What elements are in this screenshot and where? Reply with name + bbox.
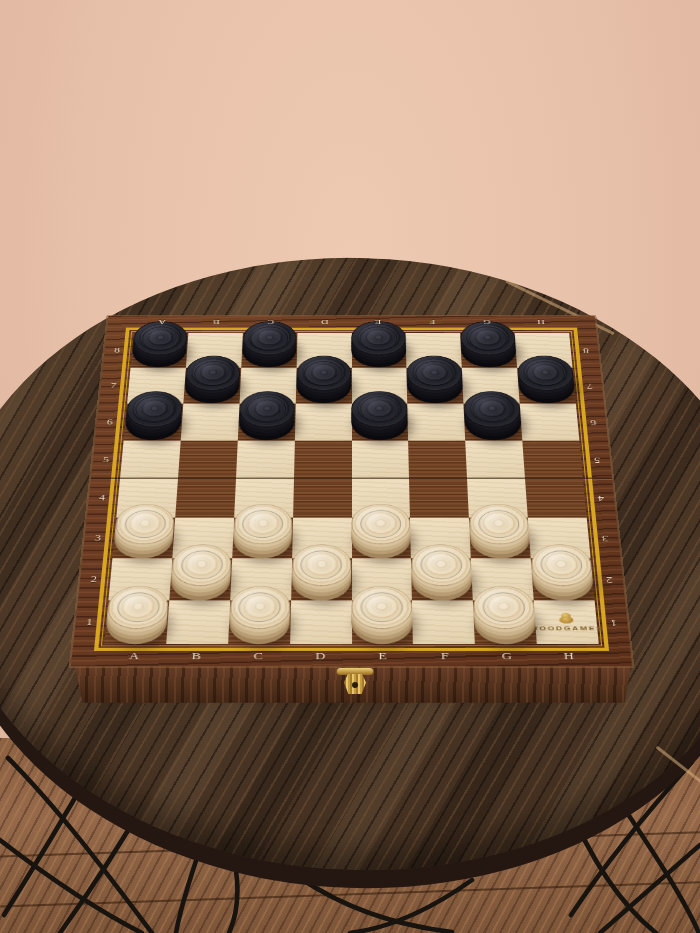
square-h5[interactable] — [522, 440, 583, 478]
piece-white-e3[interactable] — [352, 504, 411, 544]
piece-white-d2[interactable] — [291, 544, 351, 585]
piece-white-f2[interactable] — [411, 544, 472, 585]
rank-label-right-6: 6 — [590, 417, 597, 427]
rank-label-right-3: 3 — [601, 533, 608, 544]
piece-black-f7[interactable] — [407, 356, 463, 391]
square-b6[interactable] — [181, 403, 240, 440]
square-h6[interactable] — [520, 403, 580, 440]
file-label-top-f: F — [430, 319, 436, 326]
piece-black-e6[interactable] — [352, 391, 408, 427]
checkers-board[interactable]: WOODGAMES AA88BB77CC66DD55EE44FF33GG22HH… — [71, 316, 632, 666]
piece-black-b7[interactable] — [184, 356, 241, 391]
rank-label-left-3: 3 — [94, 533, 101, 544]
file-label-bottom-h: H — [563, 650, 574, 662]
square-d5[interactable] — [294, 440, 352, 478]
piece-black-g6[interactable] — [463, 391, 521, 427]
fold-seam — [91, 477, 612, 479]
file-label-bottom-b: B — [191, 650, 201, 662]
square-h1[interactable]: WOODGAMES — [534, 601, 599, 644]
rank-label-left-5: 5 — [102, 454, 109, 464]
piece-white-e1[interactable] — [352, 586, 413, 629]
square-b4[interactable] — [175, 479, 236, 518]
rank-label-right-4: 4 — [597, 493, 604, 503]
rank-label-right-2: 2 — [606, 574, 613, 585]
file-label-bottom-c: C — [253, 650, 263, 662]
square-h4[interactable] — [525, 479, 587, 518]
square-d1[interactable] — [290, 601, 352, 644]
piece-black-c6[interactable] — [238, 391, 295, 427]
piece-white-g1[interactable] — [473, 586, 536, 629]
square-g5[interactable] — [465, 440, 525, 478]
square-f1[interactable] — [412, 601, 475, 644]
file-label-top-e: E — [375, 319, 381, 326]
rank-label-right-7: 7 — [586, 381, 593, 390]
square-c5[interactable] — [236, 440, 295, 478]
product-photo-scene: WOODGAMES AA88BB77CC66DD55EE44FF33GG22HH… — [0, 0, 700, 933]
rank-label-right-1: 1 — [610, 616, 618, 627]
square-a5[interactable] — [120, 440, 181, 478]
file-label-bottom-e: E — [378, 650, 387, 662]
playing-area: WOODGAMES — [104, 333, 599, 644]
logo-text: WOODGAMES — [529, 625, 603, 632]
piece-black-e8[interactable] — [352, 321, 407, 355]
piece-black-g8[interactable] — [460, 321, 516, 355]
lion-icon — [557, 613, 574, 623]
file-label-bottom-f: F — [441, 650, 449, 662]
piece-white-g3[interactable] — [469, 504, 530, 544]
file-label-top-d: D — [321, 319, 329, 326]
rank-label-left-8: 8 — [114, 346, 121, 355]
file-label-top-c: C — [267, 319, 274, 326]
rank-label-right-8: 8 — [583, 346, 590, 355]
gold-inner-line: WOODGAMES — [101, 331, 602, 646]
square-f6[interactable] — [408, 403, 466, 440]
file-label-bottom-d: D — [315, 650, 325, 662]
piece-black-d7[interactable] — [296, 356, 351, 391]
square-e5[interactable] — [352, 440, 410, 478]
file-label-bottom-a: A — [129, 650, 140, 662]
rank-label-left-4: 4 — [98, 493, 105, 503]
piece-white-c1[interactable] — [229, 586, 291, 629]
rank-label-left-2: 2 — [90, 574, 97, 585]
gold-pinstripe-border: WOODGAMES — [94, 328, 609, 651]
file-label-top-h: H — [537, 319, 545, 326]
rank-label-left-7: 7 — [110, 381, 117, 390]
file-label-top-b: B — [212, 319, 219, 326]
square-d6[interactable] — [295, 403, 352, 440]
square-b5[interactable] — [178, 440, 238, 478]
file-label-top-a: A — [158, 319, 166, 326]
square-b1[interactable] — [166, 601, 230, 644]
file-label-bottom-g: G — [501, 650, 512, 662]
woodgames-logo: WOODGAMES — [534, 601, 599, 644]
piece-white-c3[interactable] — [233, 504, 293, 544]
square-f4[interactable] — [409, 479, 469, 518]
piece-black-c8[interactable] — [242, 321, 297, 355]
rank-label-left-1: 1 — [86, 616, 94, 627]
rank-label-right-5: 5 — [594, 454, 601, 464]
square-f5[interactable] — [408, 440, 467, 478]
rank-label-left-6: 6 — [106, 417, 113, 427]
file-label-top-g: G — [483, 319, 491, 326]
square-d4[interactable] — [293, 479, 352, 518]
